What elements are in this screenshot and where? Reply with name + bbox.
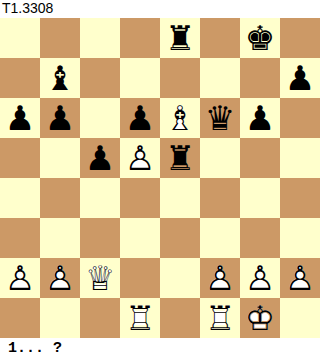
- square-a6[interactable]: ♟: [0, 98, 40, 138]
- square-d4[interactable]: [120, 178, 160, 218]
- square-e8[interactable]: ♜: [160, 18, 200, 58]
- square-g8[interactable]: ♚: [240, 18, 280, 58]
- square-e1[interactable]: [160, 298, 200, 338]
- piece-black-pawn: ♟: [240, 98, 280, 138]
- square-e5[interactable]: ♜: [160, 138, 200, 178]
- square-c8[interactable]: [80, 18, 120, 58]
- square-c7[interactable]: [80, 58, 120, 98]
- square-f3[interactable]: [200, 218, 240, 258]
- square-b5[interactable]: [40, 138, 80, 178]
- square-f2[interactable]: ♟♙: [200, 258, 240, 298]
- square-c5[interactable]: ♟: [80, 138, 120, 178]
- square-c2[interactable]: ♛♕: [80, 258, 120, 298]
- piece-black-king: ♚: [240, 18, 280, 58]
- piece-black-rook: ♜: [160, 18, 200, 58]
- square-h6[interactable]: [280, 98, 320, 138]
- square-d2[interactable]: [120, 258, 160, 298]
- square-f1[interactable]: ♜♖: [200, 298, 240, 338]
- piece-black-rook: ♜: [160, 138, 200, 178]
- square-b4[interactable]: [40, 178, 80, 218]
- square-b8[interactable]: [40, 18, 80, 58]
- square-f7[interactable]: [200, 58, 240, 98]
- square-b1[interactable]: [40, 298, 80, 338]
- square-b7[interactable]: ♝: [40, 58, 80, 98]
- square-a1[interactable]: [0, 298, 40, 338]
- square-d1[interactable]: ♜♖: [120, 298, 160, 338]
- square-e7[interactable]: [160, 58, 200, 98]
- puzzle-id-label: T1.3308: [0, 0, 320, 18]
- square-f8[interactable]: [200, 18, 240, 58]
- piece-white-pawn: ♟♙: [0, 258, 40, 298]
- square-g6[interactable]: ♟: [240, 98, 280, 138]
- piece-black-queen: ♛: [200, 98, 240, 138]
- piece-black-pawn: ♟: [120, 98, 160, 138]
- square-h5[interactable]: [280, 138, 320, 178]
- square-b6[interactable]: ♟: [40, 98, 80, 138]
- square-c3[interactable]: [80, 218, 120, 258]
- square-d3[interactable]: [120, 218, 160, 258]
- square-h2[interactable]: ♟♙: [280, 258, 320, 298]
- chess-board: ♜♚♝♟♟♟♟♝♗♛♟♟♟♙♜♟♙♟♙♛♕♟♙♟♙♟♙♜♖♜♖♚♔: [0, 18, 320, 338]
- square-f6[interactable]: ♛: [200, 98, 240, 138]
- square-g3[interactable]: [240, 218, 280, 258]
- square-d7[interactable]: [120, 58, 160, 98]
- move-prompt: 1... ?: [0, 338, 320, 360]
- piece-white-pawn: ♟♙: [240, 258, 280, 298]
- square-g1[interactable]: ♚♔: [240, 298, 280, 338]
- square-h1[interactable]: [280, 298, 320, 338]
- square-h7[interactable]: ♟: [280, 58, 320, 98]
- piece-white-queen: ♛♕: [80, 258, 120, 298]
- piece-black-pawn: ♟: [40, 98, 80, 138]
- square-a4[interactable]: [0, 178, 40, 218]
- square-c4[interactable]: [80, 178, 120, 218]
- piece-black-bishop: ♝: [40, 58, 80, 98]
- square-f5[interactable]: [200, 138, 240, 178]
- piece-white-pawn: ♟♙: [120, 138, 160, 178]
- piece-white-pawn: ♟♙: [280, 258, 320, 298]
- square-e6[interactable]: ♝♗: [160, 98, 200, 138]
- square-a5[interactable]: [0, 138, 40, 178]
- piece-white-bishop: ♝♗: [160, 98, 200, 138]
- chess-puzzle-app: T1.3308 ♜♚♝♟♟♟♟♝♗♛♟♟♟♙♜♟♙♟♙♛♕♟♙♟♙♟♙♜♖♜♖♚…: [0, 0, 320, 360]
- piece-white-rook: ♜♖: [200, 298, 240, 338]
- square-g2[interactable]: ♟♙: [240, 258, 280, 298]
- square-g4[interactable]: [240, 178, 280, 218]
- piece-black-pawn: ♟: [280, 58, 320, 98]
- piece-white-pawn: ♟♙: [40, 258, 80, 298]
- square-e3[interactable]: [160, 218, 200, 258]
- square-a8[interactable]: [0, 18, 40, 58]
- square-e2[interactable]: [160, 258, 200, 298]
- square-b3[interactable]: [40, 218, 80, 258]
- piece-black-pawn: ♟: [0, 98, 40, 138]
- square-h8[interactable]: [280, 18, 320, 58]
- square-a2[interactable]: ♟♙: [0, 258, 40, 298]
- square-e4[interactable]: [160, 178, 200, 218]
- square-c1[interactable]: [80, 298, 120, 338]
- piece-white-king: ♚♔: [240, 298, 280, 338]
- square-g7[interactable]: [240, 58, 280, 98]
- square-a7[interactable]: [0, 58, 40, 98]
- square-c6[interactable]: [80, 98, 120, 138]
- piece-white-rook: ♜♖: [120, 298, 160, 338]
- square-d5[interactable]: ♟♙: [120, 138, 160, 178]
- square-b2[interactable]: ♟♙: [40, 258, 80, 298]
- square-h3[interactable]: [280, 218, 320, 258]
- square-h4[interactable]: [280, 178, 320, 218]
- piece-black-pawn: ♟: [80, 138, 120, 178]
- square-f4[interactable]: [200, 178, 240, 218]
- square-a3[interactable]: [0, 218, 40, 258]
- square-d6[interactable]: ♟: [120, 98, 160, 138]
- square-g5[interactable]: [240, 138, 280, 178]
- piece-white-pawn: ♟♙: [200, 258, 240, 298]
- square-d8[interactable]: [120, 18, 160, 58]
